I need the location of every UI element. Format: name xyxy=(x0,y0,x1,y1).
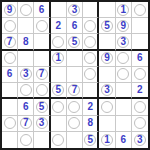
cell-r5c7[interactable] xyxy=(99,67,115,83)
given-digit: 8 xyxy=(87,118,93,128)
cell-r3c5[interactable]: 5 xyxy=(67,34,83,50)
cell-r8c5[interactable] xyxy=(67,116,83,132)
cell-r8c8[interactable] xyxy=(116,116,132,132)
given-digit: 7 xyxy=(72,85,78,95)
given-digit: 7 xyxy=(7,37,13,47)
odd-circle: 9 xyxy=(117,20,129,32)
cell-r6c5[interactable]: 7 xyxy=(67,83,83,99)
cell-r2c8[interactable]: 9 xyxy=(116,18,132,34)
cell-r4c2[interactable] xyxy=(18,51,34,67)
odd-circle xyxy=(4,117,16,129)
given-digit: 2 xyxy=(137,85,143,95)
odd-circle xyxy=(68,101,80,113)
odd-circle xyxy=(134,68,146,80)
odd-circle: 7 xyxy=(68,84,80,96)
given-digit: 1 xyxy=(120,5,126,15)
cell-r2c4[interactable]: 2 xyxy=(51,18,67,34)
cell-r6c3[interactable] xyxy=(34,83,50,99)
odd-circle: 7 xyxy=(4,36,16,48)
cell-r4c6[interactable] xyxy=(83,51,99,67)
cell-r7c4[interactable] xyxy=(51,99,67,115)
odd-circle xyxy=(84,52,96,64)
cell-r3c8[interactable]: 3 xyxy=(116,34,132,50)
given-digit: 5 xyxy=(55,85,61,95)
cell-r7c7[interactable] xyxy=(99,99,115,115)
cell-r8c9[interactable] xyxy=(132,116,148,132)
odd-circle xyxy=(134,101,146,113)
cell-r8c6[interactable]: 8 xyxy=(83,116,99,132)
cell-r9c3[interactable] xyxy=(34,132,50,148)
cell-r5c5[interactable] xyxy=(67,67,83,83)
given-digit: 8 xyxy=(23,37,29,47)
cell-r1c9[interactable] xyxy=(132,2,148,18)
given-digit: 5 xyxy=(72,37,78,47)
cell-r8c3[interactable]: 3 xyxy=(34,116,50,132)
cell-r7c9[interactable] xyxy=(132,99,148,115)
cell-r4c3[interactable] xyxy=(34,51,50,67)
odd-circle xyxy=(36,20,48,32)
cell-r3c3[interactable] xyxy=(34,34,50,50)
given-digit: 1 xyxy=(55,53,61,63)
cell-r7c6[interactable]: 2 xyxy=(83,99,99,115)
given-digit: 3 xyxy=(137,135,143,145)
odd-circle xyxy=(134,117,146,129)
given-digit: 3 xyxy=(23,69,29,79)
odd-circle xyxy=(84,20,96,32)
cell-r5c4[interactable] xyxy=(51,67,67,83)
cell-r2c6[interactable] xyxy=(83,18,99,34)
cell-r8c1[interactable] xyxy=(2,116,18,132)
cell-r9c1[interactable] xyxy=(2,132,18,148)
given-digit: 9 xyxy=(104,53,110,63)
cell-r8c7[interactable] xyxy=(99,116,115,132)
cell-r6c6[interactable] xyxy=(83,83,99,99)
cell-r2c5[interactable]: 6 xyxy=(67,18,83,34)
cell-r7c5[interactable] xyxy=(67,99,83,115)
odd-circle xyxy=(4,52,16,64)
given-digit: 6 xyxy=(23,102,29,112)
given-digit: 7 xyxy=(23,118,29,128)
cell-r4c7[interactable]: 9 xyxy=(99,51,115,67)
cell-r6c1[interactable] xyxy=(2,83,18,99)
odd-circle: 5 xyxy=(68,36,80,48)
given-digit: 3 xyxy=(104,85,110,95)
odd-circle: 5 xyxy=(101,20,113,32)
cell-r5c1[interactable]: 6 xyxy=(2,67,18,83)
odd-circle: 7 xyxy=(36,68,48,80)
cell-r9c6[interactable]: 5 xyxy=(83,132,99,148)
given-digit: 6 xyxy=(120,135,126,145)
odd-circle xyxy=(84,68,96,80)
sudoku-board: 96312659785319663757326527385163 xyxy=(0,0,150,150)
odd-circle xyxy=(68,117,80,129)
odd-circle: 1 xyxy=(101,134,113,146)
cell-r8c4[interactable] xyxy=(51,116,67,132)
cell-r2c1[interactable] xyxy=(2,18,18,34)
odd-circle: 5 xyxy=(84,134,96,146)
odd-circle xyxy=(134,4,146,16)
odd-circle: 1 xyxy=(52,52,64,64)
odd-circle: 7 xyxy=(20,117,32,129)
odd-circle xyxy=(4,20,16,32)
cell-r9c9[interactable]: 3 xyxy=(132,132,148,148)
given-digit: 5 xyxy=(39,102,45,112)
cell-r4c9[interactable]: 6 xyxy=(132,51,148,67)
cell-r5c6[interactable] xyxy=(83,67,99,83)
cell-r9c8[interactable]: 6 xyxy=(116,132,132,148)
odd-circle: 3 xyxy=(36,117,48,129)
cell-r9c5[interactable] xyxy=(67,132,83,148)
cell-r3c2[interactable]: 8 xyxy=(18,34,34,50)
cell-r9c7[interactable]: 1 xyxy=(99,132,115,148)
cell-r3c7[interactable] xyxy=(99,34,115,50)
cell-r1c1[interactable]: 9 xyxy=(2,2,18,18)
cell-r9c2[interactable] xyxy=(18,132,34,148)
cell-r2c2[interactable] xyxy=(18,18,34,34)
odd-circle xyxy=(101,101,113,113)
odd-circle: 5 xyxy=(52,84,64,96)
odd-circle xyxy=(20,4,32,16)
given-digit: 5 xyxy=(104,21,110,31)
cell-r2c9[interactable] xyxy=(132,18,148,34)
given-digit: 9 xyxy=(120,21,126,31)
cell-r8c2[interactable]: 7 xyxy=(18,116,34,132)
odd-circle: 3 xyxy=(134,134,146,146)
given-digit: 2 xyxy=(55,21,61,31)
odd-circle: 3 xyxy=(68,4,80,16)
given-digit: 3 xyxy=(72,5,78,15)
cell-r6c8[interactable] xyxy=(116,83,132,99)
given-digit: 7 xyxy=(39,69,45,79)
odd-circle xyxy=(20,134,32,146)
cell-r3c6[interactable] xyxy=(83,34,99,50)
odd-circle xyxy=(117,68,129,80)
cell-r1c5[interactable]: 3 xyxy=(67,2,83,18)
odd-circle xyxy=(36,84,48,96)
given-digit: 2 xyxy=(87,102,93,112)
cell-r1c6[interactable] xyxy=(83,2,99,18)
odd-circle xyxy=(52,134,64,146)
given-digit: 6 xyxy=(137,53,143,63)
cell-r4c5[interactable] xyxy=(67,51,83,67)
cell-r7c1[interactable] xyxy=(2,99,18,115)
cell-r2c7[interactable]: 5 xyxy=(99,18,115,34)
cell-r6c2[interactable] xyxy=(18,83,34,99)
cell-r1c3[interactable]: 6 xyxy=(34,2,50,18)
odd-circle xyxy=(20,84,32,96)
odd-circle xyxy=(117,52,129,64)
cell-r7c3[interactable]: 5 xyxy=(34,99,50,115)
odd-circle: 1 xyxy=(117,4,129,16)
cell-r5c2[interactable]: 3 xyxy=(18,67,34,83)
cell-r5c8[interactable] xyxy=(116,67,132,83)
cell-r3c4[interactable] xyxy=(51,34,67,50)
given-digit: 6 xyxy=(72,21,78,31)
cell-r9c4[interactable] xyxy=(51,132,67,148)
cell-r1c2[interactable] xyxy=(18,2,34,18)
cell-r1c8[interactable]: 1 xyxy=(116,2,132,18)
odd-circle xyxy=(52,101,64,113)
cell-r6c9[interactable]: 2 xyxy=(132,83,148,99)
odd-circle: 3 xyxy=(117,36,129,48)
given-digit: 6 xyxy=(7,69,13,79)
cell-r1c7[interactable] xyxy=(99,2,115,18)
given-digit: 3 xyxy=(39,118,45,128)
cell-r4c1[interactable] xyxy=(2,51,18,67)
cell-r7c8[interactable] xyxy=(116,99,132,115)
given-digit: 3 xyxy=(120,37,126,47)
given-digit: 6 xyxy=(39,5,45,15)
cell-r5c3[interactable]: 7 xyxy=(34,67,50,83)
odd-circle: 3 xyxy=(20,68,32,80)
odd-circle: 9 xyxy=(101,52,113,64)
cell-r2c3[interactable] xyxy=(34,18,50,34)
odd-circle: 5 xyxy=(36,101,48,113)
given-digit: 5 xyxy=(87,135,93,145)
odd-circle xyxy=(84,36,96,48)
cell-r4c4[interactable]: 1 xyxy=(51,51,67,67)
given-digit: 9 xyxy=(7,5,13,15)
cell-r3c9[interactable] xyxy=(132,34,148,50)
cell-r1c4[interactable] xyxy=(51,2,67,18)
cell-r4c8[interactable] xyxy=(116,51,132,67)
cell-r6c4[interactable]: 5 xyxy=(51,83,67,99)
cell-r7c2[interactable]: 6 xyxy=(18,99,34,115)
odd-circle: 9 xyxy=(4,4,16,16)
given-digit: 1 xyxy=(104,135,110,145)
cell-r3c1[interactable]: 7 xyxy=(2,34,18,50)
cell-r5c9[interactable] xyxy=(132,67,148,83)
odd-circle: 3 xyxy=(101,84,113,96)
odd-circle xyxy=(52,36,64,48)
cell-r6c7[interactable]: 3 xyxy=(99,83,115,99)
